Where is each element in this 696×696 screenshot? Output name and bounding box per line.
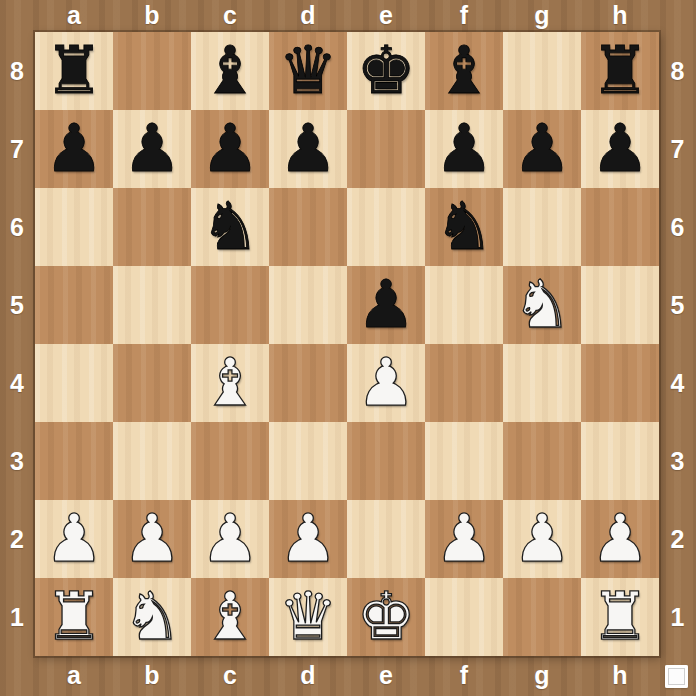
square-e4[interactable]: ♟	[347, 344, 425, 422]
rank-labels-right-label: 6	[660, 188, 695, 266]
square-d1[interactable]: ♛	[269, 578, 347, 656]
square-c3[interactable]	[191, 422, 269, 500]
file-labels-top-label: e	[347, 0, 425, 31]
square-h5[interactable]	[581, 266, 659, 344]
piece-white-pawn-g2[interactable]: ♟	[512, 506, 571, 572]
rank-labels-left-label: 1	[0, 578, 34, 656]
file-labels-top-label: g	[503, 0, 581, 31]
white-to-move-indicator-icon	[665, 665, 688, 688]
square-f7[interactable]: ♟	[425, 110, 503, 188]
file-labels-bottom-label: c	[191, 656, 269, 695]
piece-white-pawn-e4[interactable]: ♟	[356, 350, 415, 416]
piece-black-knight-f6[interactable]: ♞	[434, 194, 493, 260]
rank-labels-left: 87654321	[0, 32, 34, 656]
piece-white-pawn-d2[interactable]: ♟	[278, 506, 337, 572]
square-b2[interactable]: ♟	[113, 500, 191, 578]
piece-white-rook-h1[interactable]: ♜	[590, 584, 649, 650]
square-a3[interactable]	[35, 422, 113, 500]
square-g8[interactable]	[503, 32, 581, 110]
piece-white-knight-b1[interactable]: ♞	[122, 584, 181, 650]
square-a5[interactable]	[35, 266, 113, 344]
file-labels-top-label: h	[581, 0, 659, 31]
piece-black-knight-c6[interactable]: ♞	[200, 194, 259, 260]
file-labels-top-label: c	[191, 0, 269, 31]
piece-black-pawn-a7[interactable]: ♟	[44, 116, 103, 182]
square-g2[interactable]: ♟	[503, 500, 581, 578]
square-c8[interactable]: ♝	[191, 32, 269, 110]
square-h1[interactable]: ♜	[581, 578, 659, 656]
square-g1[interactable]	[503, 578, 581, 656]
square-d4[interactable]	[269, 344, 347, 422]
file-labels-bottom: abcdefgh	[35, 656, 659, 695]
square-g6[interactable]	[503, 188, 581, 266]
square-c5[interactable]	[191, 266, 269, 344]
square-h8[interactable]: ♜	[581, 32, 659, 110]
square-f4[interactable]	[425, 344, 503, 422]
rank-labels-left-label: 2	[0, 500, 34, 578]
piece-black-rook-h8[interactable]: ♜	[590, 38, 649, 104]
square-f6[interactable]: ♞	[425, 188, 503, 266]
square-g7[interactable]: ♟	[503, 110, 581, 188]
rank-labels-left-label: 6	[0, 188, 34, 266]
square-f2[interactable]: ♟	[425, 500, 503, 578]
file-labels-top-label: f	[425, 0, 503, 31]
piece-white-king-e1[interactable]: ♚	[356, 584, 415, 650]
rank-labels-right-label: 5	[660, 266, 695, 344]
piece-black-pawn-b7[interactable]: ♟	[122, 116, 181, 182]
square-e7[interactable]	[347, 110, 425, 188]
square-d3[interactable]	[269, 422, 347, 500]
rank-labels-right-label: 2	[660, 500, 695, 578]
piece-white-pawn-a2[interactable]: ♟	[44, 506, 103, 572]
square-c1[interactable]: ♝	[191, 578, 269, 656]
piece-white-pawn-c2[interactable]: ♟	[200, 506, 259, 572]
square-e5[interactable]: ♟	[347, 266, 425, 344]
rank-labels-right: 87654321	[660, 32, 695, 656]
file-labels-top: abcdefgh	[35, 0, 659, 31]
piece-black-queen-d8[interactable]: ♛	[278, 38, 337, 104]
piece-white-pawn-f2[interactable]: ♟	[434, 506, 493, 572]
square-h6[interactable]	[581, 188, 659, 266]
square-f3[interactable]	[425, 422, 503, 500]
square-b4[interactable]	[113, 344, 191, 422]
file-labels-top-label: a	[35, 0, 113, 31]
square-b1[interactable]: ♞	[113, 578, 191, 656]
square-h4[interactable]	[581, 344, 659, 422]
file-labels-top-label: d	[269, 0, 347, 31]
square-g4[interactable]	[503, 344, 581, 422]
square-e2[interactable]	[347, 500, 425, 578]
square-f8[interactable]: ♝	[425, 32, 503, 110]
square-e8[interactable]: ♚	[347, 32, 425, 110]
square-f5[interactable]	[425, 266, 503, 344]
piece-black-pawn-f7[interactable]: ♟	[434, 116, 493, 182]
square-g5[interactable]: ♞	[503, 266, 581, 344]
square-a2[interactable]: ♟	[35, 500, 113, 578]
square-f1[interactable]	[425, 578, 503, 656]
piece-white-pawn-b2[interactable]: ♟	[122, 506, 181, 572]
rank-labels-left-label: 4	[0, 344, 34, 422]
square-d7[interactable]: ♟	[269, 110, 347, 188]
square-a1[interactable]: ♜	[35, 578, 113, 656]
piece-black-pawn-h7[interactable]: ♟	[590, 116, 649, 182]
square-d6[interactable]	[269, 188, 347, 266]
file-labels-top-label: b	[113, 0, 191, 31]
file-labels-bottom-label: h	[581, 656, 659, 695]
square-b3[interactable]	[113, 422, 191, 500]
square-a7[interactable]: ♟	[35, 110, 113, 188]
square-a8[interactable]: ♜	[35, 32, 113, 110]
piece-white-bishop-c4[interactable]: ♝	[200, 350, 259, 416]
rank-labels-left-label: 5	[0, 266, 34, 344]
square-d8[interactable]: ♛	[269, 32, 347, 110]
rank-labels-left-label: 8	[0, 32, 34, 110]
file-labels-bottom-label: g	[503, 656, 581, 695]
piece-black-pawn-c7[interactable]: ♟	[200, 116, 259, 182]
square-c7[interactable]: ♟	[191, 110, 269, 188]
piece-black-bishop-f8[interactable]: ♝	[434, 38, 493, 104]
square-h7[interactable]: ♟	[581, 110, 659, 188]
square-b8[interactable]	[113, 32, 191, 110]
rank-labels-right-label: 4	[660, 344, 695, 422]
square-b7[interactable]: ♟	[113, 110, 191, 188]
rank-labels-right-label: 8	[660, 32, 695, 110]
file-labels-bottom-label: a	[35, 656, 113, 695]
square-c6[interactable]: ♞	[191, 188, 269, 266]
piece-black-pawn-d7[interactable]: ♟	[278, 116, 337, 182]
piece-black-king-e8[interactable]: ♚	[356, 38, 415, 104]
square-c4[interactable]: ♝	[191, 344, 269, 422]
file-labels-bottom-label: f	[425, 656, 503, 695]
square-e1[interactable]: ♚	[347, 578, 425, 656]
piece-black-pawn-g7[interactable]: ♟	[512, 116, 571, 182]
chess-diagram-frame: abcdefgh abcdefgh 87654321 87654321 ♜♝♛♚…	[0, 0, 696, 696]
square-c2[interactable]: ♟	[191, 500, 269, 578]
square-h2[interactable]: ♟	[581, 500, 659, 578]
square-a4[interactable]	[35, 344, 113, 422]
square-a6[interactable]	[35, 188, 113, 266]
file-labels-bottom-label: d	[269, 656, 347, 695]
square-g3[interactable]	[503, 422, 581, 500]
piece-white-rook-a1[interactable]: ♜	[44, 584, 103, 650]
rank-labels-right-label: 3	[660, 422, 695, 500]
square-d5[interactable]	[269, 266, 347, 344]
square-b5[interactable]	[113, 266, 191, 344]
square-e3[interactable]	[347, 422, 425, 500]
piece-black-rook-a8[interactable]: ♜	[44, 38, 103, 104]
piece-white-knight-g5[interactable]: ♞	[512, 272, 571, 338]
rank-labels-right-label: 7	[660, 110, 695, 188]
piece-white-bishop-c1[interactable]: ♝	[200, 584, 259, 650]
rank-labels-left-label: 7	[0, 110, 34, 188]
chess-board: ♜♝♛♚♝♜♟♟♟♟♟♟♟♞♞♟♞♝♟♟♟♟♟♟♟♟♜♞♝♛♚♜	[35, 32, 659, 656]
file-labels-bottom-label: e	[347, 656, 425, 695]
square-e6[interactable]	[347, 188, 425, 266]
rank-labels-right-label: 1	[660, 578, 695, 656]
square-d2[interactable]: ♟	[269, 500, 347, 578]
file-labels-bottom-label: b	[113, 656, 191, 695]
square-h3[interactable]	[581, 422, 659, 500]
rank-labels-left-label: 3	[0, 422, 34, 500]
piece-white-queen-d1[interactable]: ♛	[278, 584, 337, 650]
piece-white-pawn-h2[interactable]: ♟	[590, 506, 649, 572]
piece-black-pawn-e5[interactable]: ♟	[356, 272, 415, 338]
piece-black-bishop-c8[interactable]: ♝	[200, 38, 259, 104]
square-b6[interactable]	[113, 188, 191, 266]
